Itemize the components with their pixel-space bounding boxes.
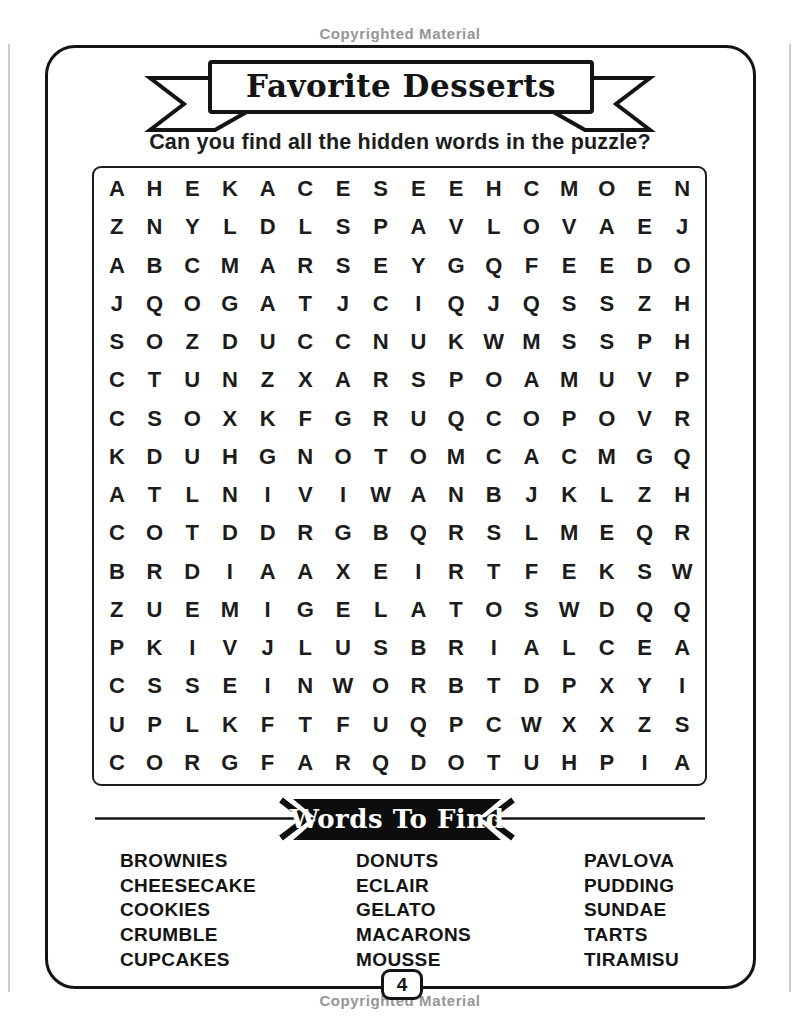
- grid-cell[interactable]: T: [136, 361, 174, 399]
- grid-cell[interactable]: U: [173, 438, 211, 476]
- grid-cell[interactable]: P: [588, 744, 626, 782]
- grid-cell[interactable]: W: [475, 323, 513, 361]
- grid-cell[interactable]: R: [324, 744, 362, 782]
- grid-cell[interactable]: O: [513, 400, 551, 438]
- grid-cell[interactable]: P: [98, 629, 136, 667]
- grid-cell[interactable]: J: [475, 285, 513, 323]
- grid-cell[interactable]: V: [626, 400, 664, 438]
- grid-cell[interactable]: S: [513, 591, 551, 629]
- grid-cell[interactable]: C: [475, 438, 513, 476]
- grid-cell[interactable]: B: [136, 247, 174, 285]
- grid-cell[interactable]: C: [98, 744, 136, 782]
- grid-cell[interactable]: Q: [136, 285, 174, 323]
- grid-cell[interactable]: L: [173, 706, 211, 744]
- grid-cell[interactable]: Q: [400, 514, 438, 552]
- grid-cell[interactable]: I: [324, 476, 362, 514]
- grid-cell[interactable]: Q: [362, 744, 400, 782]
- grid-cell[interactable]: O: [437, 744, 475, 782]
- grid-cell[interactable]: S: [136, 400, 174, 438]
- grid-cell[interactable]: E: [400, 170, 438, 208]
- grid-cell[interactable]: U: [173, 361, 211, 399]
- grid-cell[interactable]: U: [400, 400, 438, 438]
- grid-cell[interactable]: R: [136, 553, 174, 591]
- grid-cell[interactable]: C: [324, 323, 362, 361]
- grid-cell[interactable]: D: [400, 744, 438, 782]
- grid-cell[interactable]: J: [324, 285, 362, 323]
- grid-cell[interactable]: O: [136, 514, 174, 552]
- grid-cell[interactable]: S: [588, 323, 626, 361]
- grid-cell[interactable]: K: [550, 476, 588, 514]
- word-item: COOKIES: [120, 898, 256, 923]
- word-item: BROWNIES: [120, 849, 256, 874]
- grid-cell[interactable]: Q: [626, 514, 664, 552]
- grid-cell[interactable]: U: [136, 591, 174, 629]
- grid-cell[interactable]: G: [286, 591, 324, 629]
- grid-cell[interactable]: O: [136, 323, 174, 361]
- grid-cell[interactable]: X: [550, 706, 588, 744]
- grid-cell[interactable]: Q: [513, 285, 551, 323]
- grid-cell[interactable]: L: [513, 514, 551, 552]
- grid-cell[interactable]: O: [663, 247, 701, 285]
- grid-cell[interactable]: A: [249, 285, 287, 323]
- grid-cell[interactable]: U: [588, 361, 626, 399]
- grid-cell[interactable]: C: [173, 247, 211, 285]
- grid-cell[interactable]: E: [173, 170, 211, 208]
- grid-cell[interactable]: T: [475, 667, 513, 705]
- grid-cell[interactable]: P: [550, 667, 588, 705]
- grid-cell[interactable]: B: [98, 553, 136, 591]
- grid-cell[interactable]: A: [98, 476, 136, 514]
- grid-cell[interactable]: H: [136, 170, 174, 208]
- grid-cell[interactable]: M: [211, 247, 249, 285]
- grid-cell[interactable]: J: [249, 629, 287, 667]
- grid-cell[interactable]: G: [324, 400, 362, 438]
- grid-cell[interactable]: H: [475, 170, 513, 208]
- grid-cell[interactable]: C: [362, 285, 400, 323]
- grid-cell[interactable]: E: [437, 170, 475, 208]
- grid-cell[interactable]: M: [550, 170, 588, 208]
- grid-cell[interactable]: Q: [400, 706, 438, 744]
- grid-cell[interactable]: V: [211, 629, 249, 667]
- grid-cell[interactable]: G: [211, 744, 249, 782]
- grid-cell[interactable]: Z: [626, 476, 664, 514]
- grid-cell[interactable]: P: [136, 706, 174, 744]
- grid-cell[interactable]: D: [211, 323, 249, 361]
- grid-cell[interactable]: H: [550, 744, 588, 782]
- grid-cell[interactable]: M: [588, 438, 626, 476]
- grid-cell[interactable]: D: [136, 438, 174, 476]
- grid-cell[interactable]: I: [475, 629, 513, 667]
- grid-cell[interactable]: T: [475, 553, 513, 591]
- grid-cell[interactable]: C: [475, 706, 513, 744]
- grid-cell[interactable]: E: [588, 514, 626, 552]
- grid-cell[interactable]: S: [663, 706, 701, 744]
- grid-cell[interactable]: K: [588, 553, 626, 591]
- grid-cell[interactable]: E: [550, 553, 588, 591]
- grid-cell[interactable]: O: [136, 744, 174, 782]
- grid-cell[interactable]: C: [588, 629, 626, 667]
- grid-cell[interactable]: U: [249, 323, 287, 361]
- grid-cell[interactable]: H: [663, 323, 701, 361]
- grid-cell[interactable]: Q: [663, 591, 701, 629]
- grid-cell[interactable]: Z: [173, 323, 211, 361]
- grid-cell[interactable]: D: [626, 247, 664, 285]
- word-item: CRUMBLE: [120, 923, 256, 948]
- grid-cell[interactable]: C: [513, 170, 551, 208]
- grid-cell[interactable]: L: [211, 208, 249, 246]
- grid-cell[interactable]: S: [324, 208, 362, 246]
- grid-cell[interactable]: A: [98, 170, 136, 208]
- grid-cell[interactable]: K: [136, 629, 174, 667]
- grid-cell[interactable]: B: [362, 514, 400, 552]
- grid-cell[interactable]: C: [98, 667, 136, 705]
- grid-cell[interactable]: L: [550, 629, 588, 667]
- grid-cell[interactable]: G: [437, 247, 475, 285]
- grid-cell[interactable]: L: [588, 476, 626, 514]
- grid-cell[interactable]: W: [362, 476, 400, 514]
- grid-cell[interactable]: F: [286, 400, 324, 438]
- grid-cell[interactable]: O: [475, 361, 513, 399]
- grid-cell[interactable]: P: [437, 706, 475, 744]
- grid-cell[interactable]: A: [513, 629, 551, 667]
- grid-cell[interactable]: D: [173, 553, 211, 591]
- grid-cell[interactable]: M: [550, 361, 588, 399]
- grid-cell[interactable]: V: [626, 361, 664, 399]
- grid-cell[interactable]: S: [400, 361, 438, 399]
- grid-cell[interactable]: R: [437, 514, 475, 552]
- grid-cell[interactable]: G: [249, 438, 287, 476]
- word-list-column: BROWNIESCHEESECAKECOOKIESCRUMBLECUPCAKES: [120, 849, 256, 973]
- grid-cell[interactable]: U: [400, 323, 438, 361]
- grid-cell[interactable]: G: [324, 514, 362, 552]
- grid-cell[interactable]: I: [400, 553, 438, 591]
- grid-cell[interactable]: F: [324, 706, 362, 744]
- grid-cell[interactable]: G: [626, 438, 664, 476]
- grid-cell[interactable]: L: [286, 208, 324, 246]
- grid-cell[interactable]: X: [324, 553, 362, 591]
- words-to-find-banner: Words To Find: [90, 792, 710, 847]
- grid-cell[interactable]: C: [98, 400, 136, 438]
- grid-cell[interactable]: O: [173, 400, 211, 438]
- grid-cell[interactable]: A: [513, 438, 551, 476]
- grid-cell[interactable]: Q: [626, 591, 664, 629]
- grid-cell[interactable]: Z: [98, 591, 136, 629]
- grid-cell[interactable]: H: [663, 285, 701, 323]
- grid-cell[interactable]: I: [249, 476, 287, 514]
- grid-cell[interactable]: N: [437, 476, 475, 514]
- grid-cell[interactable]: A: [249, 170, 287, 208]
- grid-cell[interactable]: R: [173, 744, 211, 782]
- grid-cell[interactable]: I: [173, 629, 211, 667]
- grid-cell[interactable]: A: [249, 247, 287, 285]
- word-item: PUDDING: [584, 874, 679, 899]
- grid-cell[interactable]: P: [362, 208, 400, 246]
- word-search-grid: AHEKACESEEHCMOENZNYLDLSPAVLOVAEJABCMARSE…: [92, 166, 707, 786]
- grid-cell[interactable]: H: [211, 438, 249, 476]
- grid-cell[interactable]: S: [98, 323, 136, 361]
- word-item: TARTS: [584, 923, 679, 948]
- word-list: BROWNIESCHEESECAKECOOKIESCRUMBLECUPCAKES…: [0, 849, 800, 974]
- grid-cell[interactable]: N: [286, 667, 324, 705]
- grid-cell[interactable]: X: [211, 400, 249, 438]
- grid-cell[interactable]: T: [286, 706, 324, 744]
- grid-cell[interactable]: F: [513, 247, 551, 285]
- grid-cell[interactable]: W: [663, 553, 701, 591]
- grid-cell[interactable]: T: [362, 438, 400, 476]
- grid-cell[interactable]: K: [211, 706, 249, 744]
- grid-cell[interactable]: D: [513, 667, 551, 705]
- word-item: CUPCAKES: [120, 948, 256, 973]
- grid-cell[interactable]: T: [286, 285, 324, 323]
- grid-cell[interactable]: Z: [98, 208, 136, 246]
- grid-cell[interactable]: N: [286, 438, 324, 476]
- grid-cell[interactable]: I: [400, 285, 438, 323]
- grid-cell[interactable]: X: [286, 361, 324, 399]
- grid-cell[interactable]: R: [286, 247, 324, 285]
- grid-cell[interactable]: R: [286, 514, 324, 552]
- grid-cell[interactable]: B: [437, 667, 475, 705]
- grid-cell[interactable]: G: [211, 285, 249, 323]
- grid-cell[interactable]: K: [249, 400, 287, 438]
- grid-cell[interactable]: R: [437, 629, 475, 667]
- grid-cell[interactable]: F: [513, 553, 551, 591]
- grid-cell[interactable]: L: [173, 476, 211, 514]
- grid-cell[interactable]: A: [324, 361, 362, 399]
- grid-cell[interactable]: I: [249, 667, 287, 705]
- word-list-column: PAVLOVAPUDDINGSUNDAETARTSTIRAMISU: [584, 849, 679, 973]
- grid-cell[interactable]: V: [550, 208, 588, 246]
- grid-cell[interactable]: T: [173, 514, 211, 552]
- grid-cell[interactable]: B: [475, 476, 513, 514]
- grid-cell[interactable]: T: [437, 591, 475, 629]
- copyright-top-text: Copyrighted Material: [0, 25, 800, 42]
- grid-cell[interactable]: Q: [663, 438, 701, 476]
- grid-cell[interactable]: E: [211, 667, 249, 705]
- grid-cell[interactable]: C: [98, 361, 136, 399]
- grid-cell[interactable]: M: [513, 323, 551, 361]
- grid-cell[interactable]: P: [663, 361, 701, 399]
- grid-cell[interactable]: O: [362, 667, 400, 705]
- grid-cell[interactable]: E: [626, 629, 664, 667]
- grid-cell[interactable]: D: [211, 514, 249, 552]
- grid-cell[interactable]: N: [663, 170, 701, 208]
- grid-cell[interactable]: S: [588, 285, 626, 323]
- grid-cell[interactable]: O: [588, 170, 626, 208]
- grid-cell[interactable]: V: [437, 208, 475, 246]
- grid-cell[interactable]: J: [98, 285, 136, 323]
- grid-cell[interactable]: A: [286, 553, 324, 591]
- grid-cell[interactable]: U: [362, 706, 400, 744]
- grid-cell[interactable]: W: [550, 591, 588, 629]
- word-item: PAVLOVA: [584, 849, 679, 874]
- word-item: DONUTS: [356, 849, 471, 874]
- grid-cell[interactable]: E: [362, 553, 400, 591]
- grid-cell[interactable]: C: [98, 514, 136, 552]
- page-number-badge: 4: [381, 969, 423, 1000]
- grid-cell[interactable]: S: [173, 667, 211, 705]
- grid-cell[interactable]: S: [626, 553, 664, 591]
- grid-cell[interactable]: I: [626, 744, 664, 782]
- grid-cell[interactable]: E: [588, 247, 626, 285]
- grid-cell[interactable]: T: [475, 744, 513, 782]
- grid-cell[interactable]: A: [400, 208, 438, 246]
- grid-cell[interactable]: A: [588, 208, 626, 246]
- grid-cell[interactable]: P: [437, 361, 475, 399]
- grid-cell[interactable]: M: [211, 591, 249, 629]
- grid-cell[interactable]: Y: [173, 208, 211, 246]
- grid-cell[interactable]: E: [626, 208, 664, 246]
- grid-cell[interactable]: B: [400, 629, 438, 667]
- grid-cell[interactable]: F: [249, 744, 287, 782]
- grid-cell[interactable]: N: [136, 208, 174, 246]
- grid-cell[interactable]: I: [211, 553, 249, 591]
- grid-cell[interactable]: Q: [437, 285, 475, 323]
- puzzle-title: Favorite Desserts: [246, 68, 556, 104]
- grid-cell[interactable]: S: [550, 323, 588, 361]
- grid-cell[interactable]: Z: [249, 361, 287, 399]
- grid-cell[interactable]: E: [324, 591, 362, 629]
- grid-cell[interactable]: K: [437, 323, 475, 361]
- grid-cell[interactable]: V: [286, 476, 324, 514]
- grid-cell[interactable]: R: [663, 400, 701, 438]
- grid-cell[interactable]: I: [249, 591, 287, 629]
- grid-cell[interactable]: A: [98, 247, 136, 285]
- grid-cell[interactable]: E: [324, 170, 362, 208]
- grid-cell[interactable]: U: [513, 744, 551, 782]
- grid-cell[interactable]: J: [513, 476, 551, 514]
- grid-cell[interactable]: C: [286, 170, 324, 208]
- grid-cell[interactable]: O: [400, 438, 438, 476]
- grid-cell[interactable]: A: [663, 744, 701, 782]
- grid-cell[interactable]: M: [550, 514, 588, 552]
- grid-cell[interactable]: O: [588, 400, 626, 438]
- grid-cell[interactable]: E: [362, 247, 400, 285]
- grid-cell[interactable]: D: [249, 208, 287, 246]
- grid-cell[interactable]: R: [362, 361, 400, 399]
- grid-cell[interactable]: S: [475, 514, 513, 552]
- grid-cell[interactable]: Q: [437, 400, 475, 438]
- grid-cell[interactable]: Y: [626, 667, 664, 705]
- grid-cell[interactable]: D: [249, 514, 287, 552]
- grid-cell[interactable]: C: [550, 438, 588, 476]
- grid-cell[interactable]: S: [362, 629, 400, 667]
- grid-cell[interactable]: Z: [626, 706, 664, 744]
- grid-cell[interactable]: Z: [626, 285, 664, 323]
- grid-cell[interactable]: R: [663, 514, 701, 552]
- grid-cell[interactable]: N: [362, 323, 400, 361]
- grid-cell[interactable]: P: [626, 323, 664, 361]
- grid-cell[interactable]: W: [513, 706, 551, 744]
- grid-cell[interactable]: X: [588, 667, 626, 705]
- grid-cell[interactable]: O: [475, 591, 513, 629]
- grid-cell[interactable]: S: [550, 285, 588, 323]
- grid-cell[interactable]: A: [513, 361, 551, 399]
- grid-cell[interactable]: U: [98, 706, 136, 744]
- grid-cell[interactable]: O: [324, 438, 362, 476]
- grid-cell[interactable]: H: [663, 476, 701, 514]
- grid-cell[interactable]: P: [550, 400, 588, 438]
- grid-cell[interactable]: J: [663, 208, 701, 246]
- grid-cell[interactable]: C: [286, 323, 324, 361]
- grid-cell[interactable]: O: [513, 208, 551, 246]
- grid-cell[interactable]: D: [588, 591, 626, 629]
- word-item: CHEESECAKE: [120, 874, 256, 899]
- grid-cell[interactable]: S: [362, 170, 400, 208]
- grid-cell[interactable]: L: [475, 208, 513, 246]
- grid-cell[interactable]: L: [286, 629, 324, 667]
- puzzle-subtitle: Can you find all the hidden words in the…: [0, 130, 800, 155]
- grid-cell[interactable]: A: [286, 744, 324, 782]
- grid-cell[interactable]: N: [211, 361, 249, 399]
- grid-cell[interactable]: Q: [475, 247, 513, 285]
- grid-cell[interactable]: S: [136, 667, 174, 705]
- word-item: MACARONS: [356, 923, 471, 948]
- grid-cell[interactable]: A: [400, 591, 438, 629]
- word-item: TIRAMISU: [584, 948, 679, 973]
- grid-cell[interactable]: I: [663, 667, 701, 705]
- grid-cell[interactable]: A: [400, 476, 438, 514]
- grid-cell[interactable]: K: [211, 170, 249, 208]
- grid-cell[interactable]: U: [324, 629, 362, 667]
- word-list-column: DONUTSECLAIRGELATOMACARONSMOUSSE: [356, 849, 471, 973]
- words-banner-label: Words To Find: [289, 804, 505, 834]
- grid-cell[interactable]: W: [324, 667, 362, 705]
- grid-cell[interactable]: C: [475, 400, 513, 438]
- grid-cell[interactable]: A: [249, 553, 287, 591]
- grid-cell[interactable]: E: [550, 247, 588, 285]
- grid-cell[interactable]: E: [173, 591, 211, 629]
- grid-cell[interactable]: Y: [400, 247, 438, 285]
- word-item: SUNDAE: [584, 898, 679, 923]
- grid-cell[interactable]: X: [588, 706, 626, 744]
- grid-cell[interactable]: O: [173, 285, 211, 323]
- grid-cell[interactable]: K: [98, 438, 136, 476]
- grid-cell[interactable]: R: [437, 553, 475, 591]
- word-item: ECLAIR: [356, 874, 471, 899]
- word-item: GELATO: [356, 898, 471, 923]
- grid-cell[interactable]: A: [663, 629, 701, 667]
- grid-cell[interactable]: R: [362, 400, 400, 438]
- grid-cell[interactable]: R: [400, 667, 438, 705]
- grid-cell[interactable]: E: [626, 170, 664, 208]
- grid-cell[interactable]: L: [362, 591, 400, 629]
- grid-cell[interactable]: N: [211, 476, 249, 514]
- grid-cell[interactable]: T: [136, 476, 174, 514]
- grid-cell[interactable]: S: [324, 247, 362, 285]
- grid-cell[interactable]: M: [437, 438, 475, 476]
- grid-cell[interactable]: F: [249, 706, 287, 744]
